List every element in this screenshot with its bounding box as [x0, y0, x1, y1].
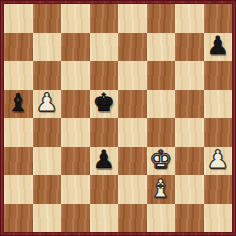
board-frame: ♟♝♟♚♟♚♟♝: [0, 0, 236, 236]
square-c7[interactable]: [61, 33, 90, 62]
square-e3[interactable]: [118, 147, 147, 176]
square-e8[interactable]: [118, 4, 147, 33]
square-a4[interactable]: [4, 118, 33, 147]
square-a1[interactable]: [4, 204, 33, 233]
square-a2[interactable]: [4, 175, 33, 204]
square-a3[interactable]: [4, 147, 33, 176]
square-d4[interactable]: [90, 118, 119, 147]
square-g3[interactable]: [175, 147, 204, 176]
square-e1[interactable]: [118, 204, 147, 233]
square-b3[interactable]: [33, 147, 62, 176]
square-f8[interactable]: [147, 4, 176, 33]
square-h2[interactable]: [204, 175, 233, 204]
white-pawn[interactable]: ♟: [36, 90, 58, 115]
black-king[interactable]: ♚: [93, 90, 115, 115]
square-f4[interactable]: [147, 118, 176, 147]
square-d8[interactable]: [90, 4, 119, 33]
square-g8[interactable]: [175, 4, 204, 33]
square-a8[interactable]: [4, 4, 33, 33]
square-d6[interactable]: [90, 61, 119, 90]
square-b2[interactable]: [33, 175, 62, 204]
square-a7[interactable]: [4, 33, 33, 62]
square-e6[interactable]: [118, 61, 147, 90]
square-c4[interactable]: [61, 118, 90, 147]
white-pawn[interactable]: ♟: [207, 147, 229, 172]
square-e7[interactable]: [118, 33, 147, 62]
square-c2[interactable]: [61, 175, 90, 204]
square-h6[interactable]: [204, 61, 233, 90]
square-g2[interactable]: [175, 175, 204, 204]
square-e4[interactable]: [118, 118, 147, 147]
chess-board: ♟♝♟♚♟♚♟♝: [4, 4, 232, 232]
square-b4[interactable]: [33, 118, 62, 147]
square-e2[interactable]: [118, 175, 147, 204]
white-bishop[interactable]: ♝: [150, 176, 172, 201]
square-h1[interactable]: [204, 204, 233, 233]
square-c8[interactable]: [61, 4, 90, 33]
square-d2[interactable]: [90, 175, 119, 204]
black-pawn[interactable]: ♟: [93, 147, 115, 172]
square-b8[interactable]: [33, 4, 62, 33]
square-g5[interactable]: [175, 90, 204, 119]
square-f7[interactable]: [147, 33, 176, 62]
square-h8[interactable]: [204, 4, 233, 33]
square-h3[interactable]: ♟: [204, 147, 233, 176]
white-king[interactable]: ♚: [150, 147, 172, 172]
black-pawn[interactable]: ♟: [207, 33, 229, 58]
square-d5[interactable]: ♚: [90, 90, 119, 119]
square-f6[interactable]: [147, 61, 176, 90]
black-bishop[interactable]: ♝: [7, 90, 29, 115]
square-d7[interactable]: [90, 33, 119, 62]
square-f5[interactable]: [147, 90, 176, 119]
square-a5[interactable]: ♝: [4, 90, 33, 119]
square-e5[interactable]: [118, 90, 147, 119]
square-c6[interactable]: [61, 61, 90, 90]
square-g1[interactable]: [175, 204, 204, 233]
square-f1[interactable]: [147, 204, 176, 233]
square-h4[interactable]: [204, 118, 233, 147]
square-f3[interactable]: ♚: [147, 147, 176, 176]
square-c5[interactable]: [61, 90, 90, 119]
square-b5[interactable]: ♟: [33, 90, 62, 119]
square-f2[interactable]: ♝: [147, 175, 176, 204]
square-g7[interactable]: [175, 33, 204, 62]
square-d3[interactable]: ♟: [90, 147, 119, 176]
square-a6[interactable]: [4, 61, 33, 90]
square-b7[interactable]: [33, 33, 62, 62]
square-c1[interactable]: [61, 204, 90, 233]
square-h5[interactable]: [204, 90, 233, 119]
square-d1[interactable]: [90, 204, 119, 233]
square-g6[interactable]: [175, 61, 204, 90]
square-b1[interactable]: [33, 204, 62, 233]
square-h7[interactable]: ♟: [204, 33, 233, 62]
square-b6[interactable]: [33, 61, 62, 90]
square-c3[interactable]: [61, 147, 90, 176]
square-g4[interactable]: [175, 118, 204, 147]
